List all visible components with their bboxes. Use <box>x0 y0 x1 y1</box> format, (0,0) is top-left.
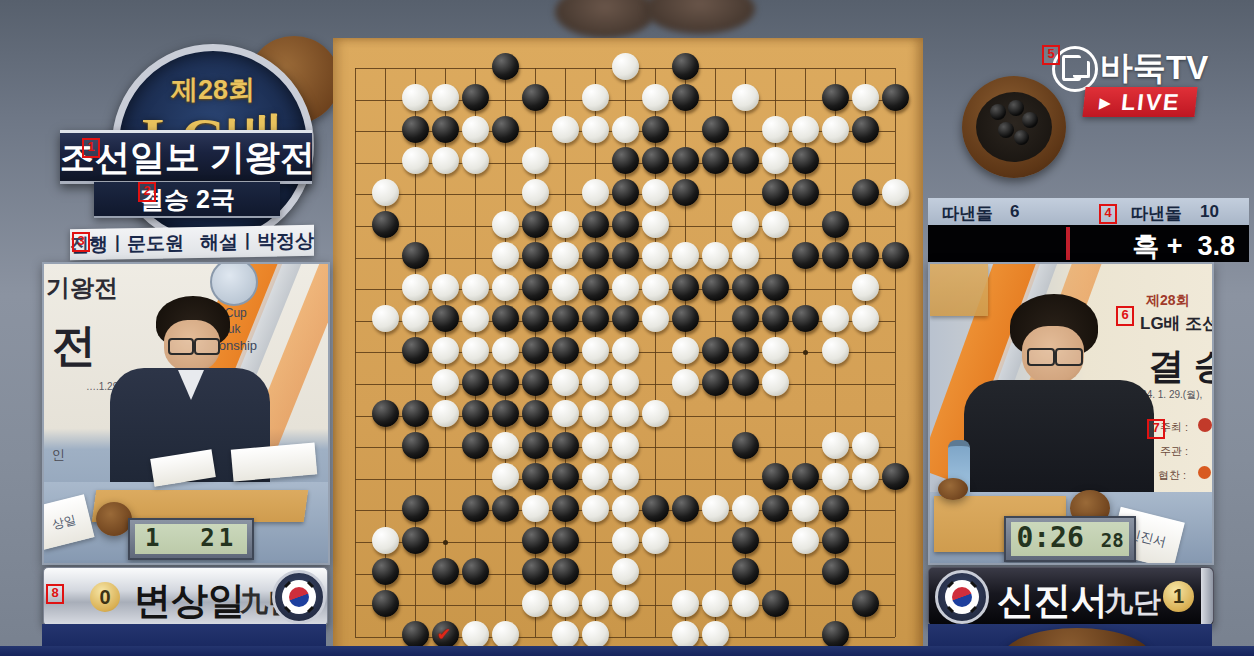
score-estimate-bar: 흑 + 3.8 <box>928 225 1249 262</box>
black-stone <box>492 116 519 143</box>
white-stone <box>642 242 669 269</box>
black-stone <box>492 495 519 522</box>
black-stone <box>582 274 609 301</box>
white-stone <box>732 211 759 238</box>
black-stone <box>702 369 729 396</box>
annotation-marker-8: 8 <box>46 584 64 604</box>
white-stone <box>612 495 639 522</box>
black-stone <box>582 305 609 332</box>
black-stone <box>732 527 759 554</box>
white-stone <box>612 274 639 301</box>
black-stone <box>612 179 639 206</box>
right-capture-label: 따낸돌 <box>1131 202 1182 225</box>
white-stone <box>852 463 879 490</box>
black-stone <box>522 369 549 396</box>
black-stone <box>792 305 819 332</box>
black-stone <box>762 305 789 332</box>
poster-title: LG배 조선 <box>1140 312 1214 335</box>
taeguk-circle <box>952 587 972 607</box>
table-bowl <box>96 502 132 536</box>
grid-line <box>865 68 866 637</box>
annotation-marker-5: 5 <box>1042 45 1060 65</box>
white-stone <box>582 432 609 459</box>
black-stone <box>552 432 579 459</box>
player-glasses <box>1055 348 1083 366</box>
black-stone <box>998 122 1014 138</box>
black-stone <box>732 432 759 459</box>
game-clock-left: 1 21 <box>128 518 254 560</box>
bottom-frame-bar <box>0 646 1254 656</box>
poster-small: 인 <box>52 446 65 464</box>
white-stone <box>462 147 489 174</box>
white-stone <box>732 590 759 617</box>
white-stone <box>732 242 759 269</box>
left-player-banner: 0 변상일 九단 <box>43 567 328 626</box>
player-glasses <box>194 338 220 355</box>
annotation-marker-2: 2 <box>138 182 156 202</box>
black-stone <box>492 305 519 332</box>
white-stone <box>372 527 399 554</box>
clock-sub: 28 <box>1101 529 1124 551</box>
black-stone <box>792 147 819 174</box>
black-stone <box>762 463 789 490</box>
black-stone <box>852 179 879 206</box>
black-stone <box>852 242 879 269</box>
right-flag-emblem <box>935 570 989 624</box>
score-tick <box>1066 227 1070 260</box>
black-stone <box>492 400 519 427</box>
black-stone <box>612 242 639 269</box>
clock-display: 0:26 28 <box>1011 522 1129 556</box>
white-stone <box>642 179 669 206</box>
black-stone: ✔ <box>432 621 459 648</box>
black-stone <box>1014 130 1029 145</box>
black-stone <box>402 527 429 554</box>
white-stone <box>702 495 729 522</box>
white-stone <box>492 242 519 269</box>
white-stone <box>732 84 759 111</box>
white-stone <box>612 527 639 554</box>
white-stone <box>642 305 669 332</box>
white-stone <box>552 242 579 269</box>
black-stone <box>672 305 699 332</box>
go-board: ✔ <box>333 38 923 656</box>
black-stone <box>792 179 819 206</box>
black-stone <box>822 211 849 238</box>
white-stone <box>432 337 459 364</box>
poster-board-graphic <box>930 264 988 316</box>
white-stone <box>642 527 669 554</box>
black-stone <box>372 400 399 427</box>
black-stone <box>822 84 849 111</box>
black-stone <box>522 527 549 554</box>
white-stone <box>582 621 609 648</box>
black-stone <box>552 558 579 585</box>
black-stone <box>522 274 549 301</box>
clock-display: 1 21 <box>135 524 247 554</box>
white-stone <box>402 147 429 174</box>
white-stone <box>612 116 639 143</box>
table-card <box>231 442 317 481</box>
white-stone <box>672 590 699 617</box>
black-stone <box>792 242 819 269</box>
white-stone <box>492 463 519 490</box>
white-stone <box>612 337 639 364</box>
white-stone <box>492 274 519 301</box>
black-stone <box>882 84 909 111</box>
white-stone <box>852 274 879 301</box>
black-stone <box>1008 100 1024 116</box>
white-stone <box>582 84 609 111</box>
white-stone <box>762 337 789 364</box>
black-stone <box>432 558 459 585</box>
white-stone <box>612 369 639 396</box>
white-stone <box>762 116 789 143</box>
game-clock-right: 0:26 28 <box>1004 516 1136 562</box>
sponsor-logo <box>1198 466 1211 479</box>
taeguk-circle <box>289 587 309 607</box>
white-stone <box>822 116 849 143</box>
clock-main: 0:26 <box>1016 521 1083 554</box>
last-move-marker: ✔ <box>437 624 451 645</box>
player-glasses <box>168 338 194 355</box>
black-stone <box>582 211 609 238</box>
player-jacket <box>964 380 1154 502</box>
casters-bar: 진행ㅣ문도원 해설ㅣ박정상 <box>70 225 314 260</box>
left-flag-emblem <box>272 570 326 624</box>
black-stone <box>762 179 789 206</box>
black-stone <box>672 53 699 80</box>
right-player-name: 신진서 <box>997 576 1108 626</box>
white-stone <box>822 305 849 332</box>
black-stone <box>462 558 489 585</box>
poster-sponsor: 협찬 : <box>1158 468 1186 483</box>
black-stone <box>522 242 549 269</box>
black-stone <box>462 400 489 427</box>
live-badge: ▶ LIVE <box>1082 87 1197 117</box>
black-stone <box>462 369 489 396</box>
white-stone <box>492 432 519 459</box>
white-stone <box>492 337 519 364</box>
white-stone <box>732 495 759 522</box>
white-stone <box>762 211 789 238</box>
live-play-icon: ▶ <box>1099 94 1114 111</box>
star-point <box>803 350 808 355</box>
right-player-rank: 九단 <box>1105 583 1161 621</box>
black-stone <box>522 305 549 332</box>
white-stone <box>552 400 579 427</box>
white-stone <box>672 369 699 396</box>
black-stone <box>672 274 699 301</box>
white-stone <box>792 527 819 554</box>
black-stone <box>462 84 489 111</box>
player-hands <box>555 0 655 38</box>
black-stone <box>822 495 849 522</box>
black-stone <box>522 211 549 238</box>
white-stone <box>612 463 639 490</box>
white-stone <box>522 590 549 617</box>
black-stone <box>702 274 729 301</box>
white-stone <box>582 337 609 364</box>
black-stone <box>882 463 909 490</box>
poster-final: 결 승 <box>1148 342 1214 391</box>
white-stone <box>762 147 789 174</box>
black-stone <box>702 337 729 364</box>
black-stone <box>612 211 639 238</box>
black-stone <box>732 337 759 364</box>
black-stone <box>432 305 459 332</box>
white-stone <box>402 84 429 111</box>
white-stone <box>552 621 579 648</box>
white-stone <box>582 369 609 396</box>
black-stone <box>762 495 789 522</box>
black-stone <box>672 147 699 174</box>
black-stone <box>672 84 699 111</box>
black-stone <box>732 147 759 174</box>
black-stone <box>672 495 699 522</box>
black-stone <box>402 621 429 648</box>
sponsor-logo <box>1198 418 1212 432</box>
black-stone <box>882 242 909 269</box>
black-stone <box>522 558 549 585</box>
black-stone <box>822 558 849 585</box>
white-stone <box>492 621 519 648</box>
poster-edition: 제28회 <box>1146 292 1190 310</box>
black-stone <box>552 527 579 554</box>
grid-line <box>895 68 896 637</box>
left-player-video: 기왕전 he 28th LG Cup World Baduk Champions… <box>42 262 330 565</box>
white-stone <box>582 179 609 206</box>
table-bowl <box>938 478 968 500</box>
black-stone <box>732 305 759 332</box>
black-stone <box>732 369 759 396</box>
poster-big-char: 전 <box>52 316 96 375</box>
black-stone <box>552 463 579 490</box>
black-stone <box>492 369 519 396</box>
white-stone <box>432 274 459 301</box>
black-stone <box>402 116 429 143</box>
annotation-marker-1: 1 <box>82 138 100 158</box>
poster-title-kr: 기왕전 <box>46 272 118 304</box>
black-stone <box>492 53 519 80</box>
white-stone <box>552 590 579 617</box>
black-stone <box>642 116 669 143</box>
white-stone <box>432 84 459 111</box>
white-stone <box>522 495 549 522</box>
right-player-video: 제28회 LG배 조선 결 승 2024. 1. 29.(월), 주최 : 주관… <box>928 262 1214 565</box>
banner-end-cap <box>1201 568 1213 625</box>
black-stone <box>402 242 429 269</box>
left-win-count: 0 <box>90 582 120 612</box>
broadcast-frame: 제28회 LG배 조선일보 기왕전 결승 2국 진행ㅣ문도원 해설ㅣ박정상 바둑… <box>0 0 1254 656</box>
white-stone <box>522 179 549 206</box>
white-stone <box>702 621 729 648</box>
white-stone <box>582 116 609 143</box>
white-stone <box>612 558 639 585</box>
black-stone <box>522 400 549 427</box>
poster-org: 주관 : <box>1160 444 1188 459</box>
black-stone <box>822 242 849 269</box>
white-stone <box>582 590 609 617</box>
white-stone <box>552 369 579 396</box>
black-stone <box>732 558 759 585</box>
right-player-banner: 신진서 九단 1 <box>928 567 1214 626</box>
white-stone <box>582 495 609 522</box>
white-stone <box>642 211 669 238</box>
black-stone <box>552 495 579 522</box>
black-stone <box>822 527 849 554</box>
white-stone <box>642 400 669 427</box>
live-label: LIVE <box>1120 89 1182 115</box>
white-stone <box>432 147 459 174</box>
white-stone <box>612 53 639 80</box>
white-stone <box>852 432 879 459</box>
white-stone <box>492 211 519 238</box>
black-stone <box>792 463 819 490</box>
white-stone <box>822 337 849 364</box>
black-stone <box>522 463 549 490</box>
black-stone <box>612 147 639 174</box>
white-stone <box>672 337 699 364</box>
left-capture-label: 따낸돌 <box>942 202 993 225</box>
black-stone <box>462 495 489 522</box>
right-win-count: 1 <box>1163 581 1194 612</box>
black-stone <box>642 495 669 522</box>
black-stone <box>372 211 399 238</box>
baduktv-logo-text: 바둑TV <box>1100 46 1208 91</box>
right-capture-count: 10 <box>1200 202 1219 222</box>
black-stone <box>462 432 489 459</box>
white-stone <box>582 463 609 490</box>
white-stone <box>852 84 879 111</box>
left-capture-count: 6 <box>1010 202 1019 222</box>
white-stone <box>432 369 459 396</box>
white-stone <box>462 337 489 364</box>
black-stone <box>642 147 669 174</box>
black-stone <box>402 495 429 522</box>
black-stone <box>702 116 729 143</box>
white-stone <box>612 432 639 459</box>
black-stone <box>582 242 609 269</box>
white-stone <box>462 621 489 648</box>
white-stone <box>672 242 699 269</box>
white-stone <box>702 590 729 617</box>
player-hands <box>645 0 755 34</box>
white-stone <box>792 495 819 522</box>
black-stone <box>822 621 849 648</box>
black-stone <box>852 116 879 143</box>
black-stone <box>732 274 759 301</box>
black-stone <box>522 432 549 459</box>
white-stone <box>852 305 879 332</box>
white-stone <box>822 432 849 459</box>
black-stone <box>762 590 789 617</box>
white-stone <box>402 274 429 301</box>
annotation-marker-7: 7 <box>1147 419 1165 439</box>
annotation-marker-4: 4 <box>1099 204 1117 224</box>
black-stone <box>402 337 429 364</box>
black-stone <box>402 432 429 459</box>
white-stone <box>642 274 669 301</box>
white-stone <box>642 84 669 111</box>
black-stone <box>552 337 579 364</box>
white-stone <box>582 400 609 427</box>
black-stone <box>372 558 399 585</box>
black-stone <box>522 337 549 364</box>
annotation-marker-3: 3 <box>72 232 90 252</box>
capture-strip: 따낸돌 6 따낸돌 10 <box>928 198 1249 225</box>
black-stone <box>612 305 639 332</box>
star-point <box>443 540 448 545</box>
white-stone <box>552 211 579 238</box>
black-stone <box>990 104 1006 120</box>
white-stone <box>462 274 489 301</box>
black-stone <box>432 116 459 143</box>
black-stone <box>552 305 579 332</box>
white-stone <box>822 463 849 490</box>
white-stone <box>702 242 729 269</box>
black-stone <box>852 590 879 617</box>
white-stone <box>552 274 579 301</box>
white-stone <box>402 305 429 332</box>
white-stone <box>612 400 639 427</box>
black-stone <box>672 179 699 206</box>
white-stone <box>432 400 459 427</box>
black-stone <box>522 84 549 111</box>
black-stone <box>762 274 789 301</box>
white-stone <box>462 116 489 143</box>
white-stone <box>612 590 639 617</box>
black-stone <box>702 147 729 174</box>
player-glasses <box>1027 348 1055 366</box>
white-stone <box>882 179 909 206</box>
white-stone <box>792 116 819 143</box>
white-stone <box>552 116 579 143</box>
black-stone <box>372 590 399 617</box>
white-stone <box>522 147 549 174</box>
white-stone <box>372 179 399 206</box>
black-stone <box>402 400 429 427</box>
left-player-name: 변상일 <box>134 576 245 626</box>
white-stone <box>762 369 789 396</box>
white-stone <box>372 305 399 332</box>
black-stone <box>1022 112 1038 128</box>
white-stone <box>462 305 489 332</box>
round-label: 결승 2국 <box>94 182 280 218</box>
score-estimate: 흑 + 3.8 <box>1132 228 1235 264</box>
white-stone <box>672 621 699 648</box>
annotation-marker-6: 6 <box>1116 306 1134 326</box>
